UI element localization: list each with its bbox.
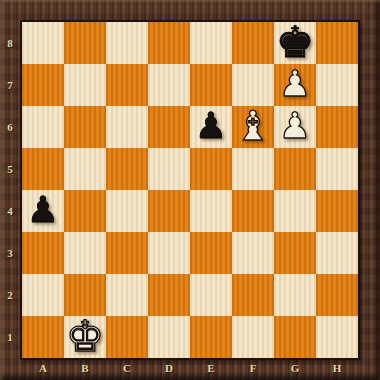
square-d4[interactable]: [148, 190, 190, 232]
square-f3[interactable]: [232, 232, 274, 274]
rank-label-6: 6: [0, 106, 20, 148]
square-d7[interactable]: [148, 64, 190, 106]
square-d2[interactable]: [148, 274, 190, 316]
square-a3[interactable]: [22, 232, 64, 274]
square-a6[interactable]: [22, 106, 64, 148]
square-a7[interactable]: [22, 64, 64, 106]
square-a8[interactable]: [22, 22, 64, 64]
white-bishop-f6[interactable]: ♝: [235, 106, 272, 147]
square-h3[interactable]: [316, 232, 358, 274]
square-c2[interactable]: [106, 274, 148, 316]
square-c1[interactable]: [106, 316, 148, 358]
rank-label-5: 5: [0, 148, 20, 190]
square-e7[interactable]: [190, 64, 232, 106]
square-b7[interactable]: [64, 64, 106, 106]
black-pawn-a4[interactable]: ♟: [27, 192, 59, 228]
file-label-b: B: [64, 358, 106, 378]
rank-label-7: 7: [0, 64, 20, 106]
square-e3[interactable]: [190, 232, 232, 274]
square-c4[interactable]: [106, 190, 148, 232]
file-label-a: A: [22, 358, 64, 378]
square-g5[interactable]: [274, 148, 316, 190]
square-g6[interactable]: ♟: [274, 106, 316, 148]
square-c6[interactable]: [106, 106, 148, 148]
square-g7[interactable]: ♟: [274, 64, 316, 106]
square-d3[interactable]: [148, 232, 190, 274]
rank-label-3: 3: [0, 232, 20, 274]
square-e8[interactable]: [190, 22, 232, 64]
rank-label-8: 8: [0, 22, 20, 64]
square-f1[interactable]: [232, 316, 274, 358]
white-king-b1[interactable]: ♚: [66, 315, 105, 358]
square-g1[interactable]: [274, 316, 316, 358]
square-e4[interactable]: [190, 190, 232, 232]
square-f2[interactable]: [232, 274, 274, 316]
square-a4[interactable]: ♟: [22, 190, 64, 232]
square-f5[interactable]: [232, 148, 274, 190]
square-e1[interactable]: [190, 316, 232, 358]
square-h8[interactable]: [316, 22, 358, 64]
square-b8[interactable]: [64, 22, 106, 64]
square-f6[interactable]: ♝: [232, 106, 274, 148]
square-d8[interactable]: [148, 22, 190, 64]
chess-diagram: 87654321 ABCDEFGH ♚♟♟♝♟♟♚: [0, 0, 380, 380]
square-g3[interactable]: [274, 232, 316, 274]
square-h4[interactable]: [316, 190, 358, 232]
square-d5[interactable]: [148, 148, 190, 190]
square-a2[interactable]: [22, 274, 64, 316]
square-h2[interactable]: [316, 274, 358, 316]
square-c7[interactable]: [106, 64, 148, 106]
file-label-d: D: [148, 358, 190, 378]
square-g4[interactable]: [274, 190, 316, 232]
white-pawn-g6[interactable]: ♟: [279, 108, 311, 144]
square-h7[interactable]: [316, 64, 358, 106]
square-c8[interactable]: [106, 22, 148, 64]
rank-label-1: 1: [0, 316, 20, 358]
file-label-c: C: [106, 358, 148, 378]
square-e6[interactable]: ♟: [190, 106, 232, 148]
square-d1[interactable]: [148, 316, 190, 358]
file-label-f: F: [232, 358, 274, 378]
square-e5[interactable]: [190, 148, 232, 190]
white-pawn-g7[interactable]: ♟: [279, 66, 311, 102]
square-f7[interactable]: [232, 64, 274, 106]
square-g8[interactable]: ♚: [274, 22, 316, 64]
file-label-g: G: [274, 358, 316, 378]
square-h5[interactable]: [316, 148, 358, 190]
square-c5[interactable]: [106, 148, 148, 190]
square-f4[interactable]: [232, 190, 274, 232]
square-d6[interactable]: [148, 106, 190, 148]
rank-labels: 87654321: [0, 22, 20, 358]
square-b4[interactable]: [64, 190, 106, 232]
square-a1[interactable]: [22, 316, 64, 358]
square-e2[interactable]: [190, 274, 232, 316]
file-label-h: H: [316, 358, 358, 378]
square-b6[interactable]: [64, 106, 106, 148]
rank-label-4: 4: [0, 190, 20, 232]
board-frame-border: ♚♟♟♝♟♟♚: [20, 20, 360, 360]
square-a5[interactable]: [22, 148, 64, 190]
square-h1[interactable]: [316, 316, 358, 358]
square-f8[interactable]: [232, 22, 274, 64]
board: ♚♟♟♝♟♟♚: [22, 22, 358, 358]
square-h6[interactable]: [316, 106, 358, 148]
square-b1[interactable]: ♚: [64, 316, 106, 358]
file-label-e: E: [190, 358, 232, 378]
square-b5[interactable]: [64, 148, 106, 190]
square-c3[interactable]: [106, 232, 148, 274]
black-pawn-e6[interactable]: ♟: [195, 108, 227, 144]
file-labels: ABCDEFGH: [22, 358, 358, 380]
square-g2[interactable]: [274, 274, 316, 316]
rank-label-2: 2: [0, 274, 20, 316]
square-b3[interactable]: [64, 232, 106, 274]
black-king-g8[interactable]: ♚: [276, 21, 315, 64]
